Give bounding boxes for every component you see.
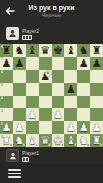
square-g3[interactable] <box>77 108 90 121</box>
rank-label: 6 <box>1 70 3 74</box>
square-h2[interactable]: ♟ <box>90 121 103 134</box>
square-f6[interactable] <box>64 70 77 83</box>
piece-white-pawn[interactable]: ♟ <box>90 121 103 134</box>
square-c7[interactable] <box>26 57 39 70</box>
square-a8[interactable]: 8♜ <box>0 44 13 57</box>
piece-black-knight[interactable]: ♞ <box>13 44 26 57</box>
piece-white-queen[interactable]: ♛ <box>39 134 52 147</box>
square-c2[interactable] <box>26 121 39 134</box>
square-g5[interactable] <box>77 83 90 96</box>
menu-button[interactable] <box>8 169 21 178</box>
player-info: Player2 <box>22 27 39 40</box>
square-a5[interactable]: 5 <box>0 83 13 96</box>
piece-white-rook[interactable]: ♜ <box>90 134 103 147</box>
square-a2[interactable]: 2♟ <box>0 121 13 134</box>
square-f5[interactable]: ♟ <box>64 83 77 96</box>
top-bar: Из рук в руки Черные <box>0 0 103 25</box>
piece-black-bishop[interactable]: ♝ <box>64 44 77 57</box>
square-b8[interactable]: ♞ <box>13 44 26 57</box>
square-g4[interactable] <box>77 96 90 109</box>
square-d1[interactable]: d♛ <box>39 134 52 147</box>
captured-pieces-badge <box>22 157 29 162</box>
square-b5[interactable] <box>13 83 26 96</box>
captured-pieces-badge <box>22 35 32 40</box>
piece-black-bishop[interactable]: ♝ <box>26 44 39 57</box>
person-icon <box>8 29 17 38</box>
square-e5[interactable] <box>52 83 65 96</box>
piece-black-queen[interactable]: ♛ <box>39 44 52 57</box>
square-f7[interactable] <box>64 57 77 70</box>
piece-black-pawn[interactable]: ♟ <box>90 57 103 70</box>
square-d3[interactable] <box>39 108 52 121</box>
piece-black-pawn[interactable]: ♟ <box>64 83 77 96</box>
piece-black-rook[interactable]: ♜ <box>0 44 13 57</box>
square-e3[interactable]: ♟ <box>52 108 65 121</box>
square-h8[interactable]: ♜ <box>90 44 103 57</box>
square-a6[interactable]: 6 <box>0 70 13 83</box>
square-h3[interactable] <box>90 108 103 121</box>
app-window: Из рук в руки Черные Player2 8♜♞♝♛♚♝♞♜7♟… <box>0 0 103 183</box>
page-title: Из рук в руки <box>0 4 103 12</box>
square-c1[interactable]: c♝ <box>26 134 39 147</box>
piece-white-pawn[interactable]: ♟ <box>77 121 90 134</box>
square-b7[interactable]: ♟ <box>13 57 26 70</box>
piece-white-pawn[interactable]: ♟ <box>26 108 39 121</box>
square-f2[interactable]: ♟ <box>64 121 77 134</box>
square-g7[interactable]: ♟ <box>77 57 90 70</box>
piece-black-rook[interactable]: ♜ <box>90 44 103 57</box>
square-d7[interactable] <box>39 57 52 70</box>
piece-white-bishop[interactable]: ♝ <box>26 134 39 147</box>
piece-white-pawn[interactable]: ♟ <box>13 121 26 134</box>
square-b1[interactable]: b♞ <box>13 134 26 147</box>
square-e7[interactable] <box>52 57 65 70</box>
square-h4[interactable] <box>90 96 103 109</box>
piece-black-pawn[interactable]: ♟ <box>0 57 13 70</box>
square-h5[interactable] <box>90 83 103 96</box>
hamburger-icon <box>8 169 21 171</box>
piece-white-knight[interactable]: ♞ <box>77 134 90 147</box>
piece-white-rook[interactable]: ♜ <box>0 134 13 147</box>
square-e4[interactable] <box>52 96 65 109</box>
square-d6[interactable]: ♟ <box>39 70 52 83</box>
square-a1[interactable]: 1a♜ <box>0 134 13 147</box>
square-h7[interactable]: ♟ <box>90 57 103 70</box>
player-name: Player1 <box>22 150 39 156</box>
bottom-nav-bar <box>0 164 103 183</box>
piece-black-knight[interactable]: ♞ <box>77 44 90 57</box>
square-d4[interactable] <box>39 96 52 109</box>
rank-label: 5 <box>1 83 3 87</box>
square-a3[interactable]: 3 <box>0 108 13 121</box>
person-icon <box>9 152 17 160</box>
piece-white-pawn[interactable]: ♟ <box>0 121 13 134</box>
square-e8[interactable]: ♚ <box>52 44 65 57</box>
chess-board[interactable]: 8♜♞♝♛♚♝♞♜7♟♟♟♟6♟5♟43♟♟2♟♟♟♟♟1a♜b♞c♝d♛e♚f… <box>0 44 103 147</box>
player-info: Player1 <box>22 149 39 162</box>
square-c8[interactable]: ♝ <box>26 44 39 57</box>
square-f4[interactable] <box>64 96 77 109</box>
square-g2[interactable]: ♟ <box>77 121 90 134</box>
square-f1[interactable]: f♝ <box>64 134 77 147</box>
square-c3[interactable]: ♟ <box>26 108 39 121</box>
avatar <box>6 27 19 40</box>
rank-label: 4 <box>1 96 3 100</box>
player-panel-bottom: Player1 <box>6 149 103 164</box>
square-e2[interactable] <box>52 121 65 134</box>
square-a4[interactable]: 4 <box>0 96 13 109</box>
avatar <box>6 149 19 162</box>
square-c5[interactable] <box>26 83 39 96</box>
square-a7[interactable]: 7♟ <box>0 57 13 70</box>
square-h6[interactable] <box>90 70 103 83</box>
rank-label: 3 <box>1 109 3 113</box>
square-g1[interactable]: g♞ <box>77 134 90 147</box>
player-name: Player2 <box>22 28 39 34</box>
square-g8[interactable]: ♞ <box>77 44 90 57</box>
square-c4[interactable] <box>26 96 39 109</box>
piece-white-king[interactable]: ♚ <box>52 134 65 147</box>
piece-white-bishop[interactable]: ♝ <box>64 134 77 147</box>
square-d2[interactable] <box>39 121 52 134</box>
square-b4[interactable] <box>13 96 26 109</box>
turn-indicator: Черные <box>0 12 103 19</box>
piece-white-pawn[interactable]: ♟ <box>52 108 65 121</box>
piece-white-pawn[interactable]: ♟ <box>64 121 77 134</box>
square-c6[interactable] <box>26 70 39 83</box>
square-d5[interactable] <box>39 83 52 96</box>
square-f3[interactable] <box>64 108 77 121</box>
square-e6[interactable] <box>52 70 65 83</box>
piece-white-knight[interactable]: ♞ <box>13 134 26 147</box>
square-d8[interactable]: ♛ <box>39 44 52 57</box>
square-b6[interactable] <box>13 70 26 83</box>
piece-black-pawn[interactable]: ♟ <box>13 57 26 70</box>
square-b2[interactable]: ♟ <box>13 121 26 134</box>
player-panel-top: Player2 <box>6 27 103 42</box>
piece-black-king[interactable]: ♚ <box>52 44 65 57</box>
square-h1[interactable]: h♜ <box>90 134 103 147</box>
square-b3[interactable] <box>13 108 26 121</box>
square-f8[interactable]: ♝ <box>64 44 77 57</box>
title-block: Из рук в руки Черные <box>0 0 103 19</box>
square-g6[interactable] <box>77 70 90 83</box>
piece-black-pawn[interactable]: ♟ <box>77 57 90 70</box>
move-annotation-badge <box>45 70 52 77</box>
square-e1[interactable]: e♚ <box>52 134 65 147</box>
